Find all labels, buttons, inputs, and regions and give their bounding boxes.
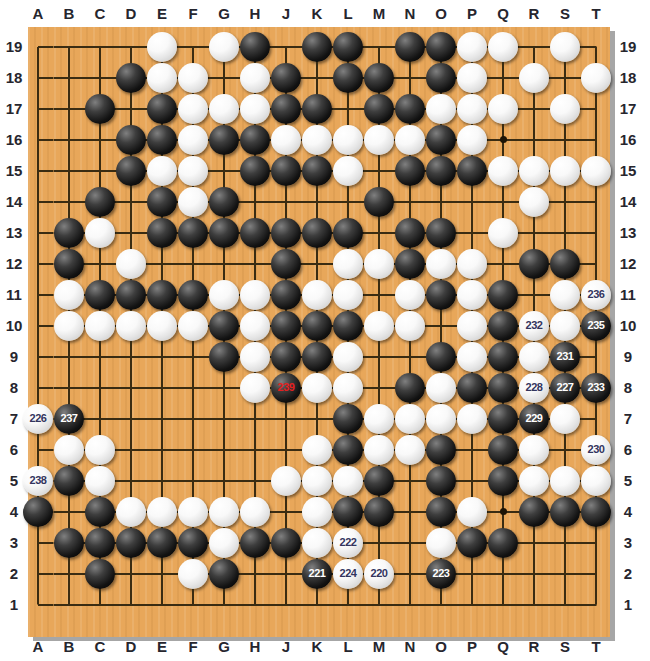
intersection-Q14[interactable] — [488, 186, 519, 217]
intersection-D1[interactable] — [116, 589, 147, 620]
intersection-Q1[interactable] — [488, 589, 519, 620]
intersection-N9[interactable] — [395, 341, 426, 372]
intersection-O10[interactable] — [426, 310, 457, 341]
intersection-R3[interactable] — [519, 527, 550, 558]
intersection-Q15[interactable] — [488, 155, 519, 186]
intersection-R9[interactable] — [519, 341, 550, 372]
intersection-R13[interactable] — [519, 217, 550, 248]
intersection-F12[interactable] — [178, 248, 209, 279]
intersection-S19[interactable] — [550, 31, 581, 62]
intersection-G18[interactable] — [209, 62, 240, 93]
intersection-B12[interactable] — [54, 248, 85, 279]
intersection-N19[interactable] — [395, 31, 426, 62]
intersection-N15[interactable] — [395, 155, 426, 186]
intersection-M14[interactable] — [364, 186, 395, 217]
intersection-L12[interactable] — [333, 248, 364, 279]
intersection-Q7[interactable] — [488, 403, 519, 434]
intersection-L2[interactable]: 224 — [333, 558, 364, 589]
intersection-S3[interactable] — [550, 527, 581, 558]
intersection-H1[interactable] — [240, 589, 271, 620]
intersection-F7[interactable] — [178, 403, 209, 434]
intersection-G17[interactable] — [209, 93, 240, 124]
intersection-F5[interactable] — [178, 465, 209, 496]
intersection-C1[interactable] — [85, 589, 116, 620]
intersection-B6[interactable] — [54, 434, 85, 465]
intersection-Q19[interactable] — [488, 31, 519, 62]
intersection-C18[interactable] — [85, 62, 116, 93]
intersection-E5[interactable] — [147, 465, 178, 496]
intersection-O17[interactable] — [426, 93, 457, 124]
intersection-E13[interactable] — [147, 217, 178, 248]
intersection-D7[interactable] — [116, 403, 147, 434]
intersection-H3[interactable] — [240, 527, 271, 558]
intersection-D9[interactable] — [116, 341, 147, 372]
intersection-L9[interactable] — [333, 341, 364, 372]
intersection-E2[interactable] — [147, 558, 178, 589]
intersection-J15[interactable] — [271, 155, 302, 186]
intersection-D10[interactable] — [116, 310, 147, 341]
intersection-R14[interactable] — [519, 186, 550, 217]
intersection-M2[interactable]: 220 — [364, 558, 395, 589]
intersection-C12[interactable] — [85, 248, 116, 279]
intersection-J17[interactable] — [271, 93, 302, 124]
intersection-S14[interactable] — [550, 186, 581, 217]
intersection-K12[interactable] — [302, 248, 333, 279]
intersection-T4[interactable] — [581, 496, 612, 527]
intersection-E14[interactable] — [147, 186, 178, 217]
intersection-N16[interactable] — [395, 124, 426, 155]
intersection-G13[interactable] — [209, 217, 240, 248]
intersection-O14[interactable] — [426, 186, 457, 217]
intersection-P15[interactable] — [457, 155, 488, 186]
intersection-E19[interactable] — [147, 31, 178, 62]
intersection-M12[interactable] — [364, 248, 395, 279]
intersection-N6[interactable] — [395, 434, 426, 465]
intersection-C3[interactable] — [85, 527, 116, 558]
intersection-P3[interactable] — [457, 527, 488, 558]
intersection-J1[interactable] — [271, 589, 302, 620]
intersection-B17[interactable] — [54, 93, 85, 124]
intersection-J5[interactable] — [271, 465, 302, 496]
intersection-O8[interactable] — [426, 372, 457, 403]
intersection-G2[interactable] — [209, 558, 240, 589]
intersection-S2[interactable] — [550, 558, 581, 589]
intersection-C4[interactable] — [85, 496, 116, 527]
intersection-K15[interactable] — [302, 155, 333, 186]
intersection-E16[interactable] — [147, 124, 178, 155]
intersection-F13[interactable] — [178, 217, 209, 248]
intersection-O11[interactable] — [426, 279, 457, 310]
intersection-Q2[interactable] — [488, 558, 519, 589]
intersection-D4[interactable] — [116, 496, 147, 527]
intersection-Q12[interactable] — [488, 248, 519, 279]
intersection-N1[interactable] — [395, 589, 426, 620]
intersection-R7[interactable]: 229 — [519, 403, 550, 434]
intersection-K10[interactable] — [302, 310, 333, 341]
intersection-E4[interactable] — [147, 496, 178, 527]
intersection-B5[interactable] — [54, 465, 85, 496]
intersection-O4[interactable] — [426, 496, 457, 527]
intersection-T13[interactable] — [581, 217, 612, 248]
intersection-B16[interactable] — [54, 124, 85, 155]
intersection-K2[interactable]: 221 — [302, 558, 333, 589]
intersection-O19[interactable] — [426, 31, 457, 62]
intersection-F1[interactable] — [178, 589, 209, 620]
intersection-Q9[interactable] — [488, 341, 519, 372]
intersection-C17[interactable] — [85, 93, 116, 124]
intersection-C11[interactable] — [85, 279, 116, 310]
intersection-T17[interactable] — [581, 93, 612, 124]
intersection-G7[interactable] — [209, 403, 240, 434]
intersection-H6[interactable] — [240, 434, 271, 465]
intersection-E18[interactable] — [147, 62, 178, 93]
intersection-H7[interactable] — [240, 403, 271, 434]
intersection-K19[interactable] — [302, 31, 333, 62]
intersection-F10[interactable] — [178, 310, 209, 341]
intersection-P14[interactable] — [457, 186, 488, 217]
intersection-S16[interactable] — [550, 124, 581, 155]
intersection-P4[interactable] — [457, 496, 488, 527]
intersection-C19[interactable] — [85, 31, 116, 62]
intersection-B2[interactable] — [54, 558, 85, 589]
intersection-H18[interactable] — [240, 62, 271, 93]
intersection-D5[interactable] — [116, 465, 147, 496]
intersection-O7[interactable] — [426, 403, 457, 434]
intersection-M19[interactable] — [364, 31, 395, 62]
intersection-R12[interactable] — [519, 248, 550, 279]
intersection-P19[interactable] — [457, 31, 488, 62]
intersection-M17[interactable] — [364, 93, 395, 124]
intersection-K18[interactable] — [302, 62, 333, 93]
intersection-P11[interactable] — [457, 279, 488, 310]
intersection-L1[interactable] — [333, 589, 364, 620]
intersection-B13[interactable] — [54, 217, 85, 248]
intersection-T2[interactable] — [581, 558, 612, 589]
intersection-S11[interactable] — [550, 279, 581, 310]
intersection-H4[interactable] — [240, 496, 271, 527]
intersection-L5[interactable] — [333, 465, 364, 496]
intersection-M9[interactable] — [364, 341, 395, 372]
intersection-B14[interactable] — [54, 186, 85, 217]
intersection-D15[interactable] — [116, 155, 147, 186]
intersection-L10[interactable] — [333, 310, 364, 341]
intersection-T8[interactable]: 233 — [581, 372, 612, 403]
intersection-H13[interactable] — [240, 217, 271, 248]
intersection-R1[interactable] — [519, 589, 550, 620]
intersection-E7[interactable] — [147, 403, 178, 434]
intersection-L14[interactable] — [333, 186, 364, 217]
intersection-N5[interactable] — [395, 465, 426, 496]
intersection-G3[interactable] — [209, 527, 240, 558]
intersection-G4[interactable] — [209, 496, 240, 527]
intersection-J9[interactable] — [271, 341, 302, 372]
intersection-P2[interactable] — [457, 558, 488, 589]
intersection-P8[interactable] — [457, 372, 488, 403]
intersection-N13[interactable] — [395, 217, 426, 248]
intersection-R16[interactable] — [519, 124, 550, 155]
intersection-Q3[interactable] — [488, 527, 519, 558]
intersection-O1[interactable] — [426, 589, 457, 620]
intersection-T12[interactable] — [581, 248, 612, 279]
intersection-E12[interactable] — [147, 248, 178, 279]
intersection-D6[interactable] — [116, 434, 147, 465]
intersection-R11[interactable] — [519, 279, 550, 310]
intersection-H9[interactable] — [240, 341, 271, 372]
intersection-T14[interactable] — [581, 186, 612, 217]
intersection-G19[interactable] — [209, 31, 240, 62]
intersection-F14[interactable] — [178, 186, 209, 217]
intersection-T16[interactable] — [581, 124, 612, 155]
intersection-F15[interactable] — [178, 155, 209, 186]
intersection-S18[interactable] — [550, 62, 581, 93]
intersection-G16[interactable] — [209, 124, 240, 155]
intersection-F4[interactable] — [178, 496, 209, 527]
intersection-J11[interactable] — [271, 279, 302, 310]
intersection-T1[interactable] — [581, 589, 612, 620]
intersection-P13[interactable] — [457, 217, 488, 248]
intersection-H17[interactable] — [240, 93, 271, 124]
intersection-M10[interactable] — [364, 310, 395, 341]
intersection-K13[interactable] — [302, 217, 333, 248]
intersection-S7[interactable] — [550, 403, 581, 434]
intersection-P10[interactable] — [457, 310, 488, 341]
intersection-P6[interactable] — [457, 434, 488, 465]
intersection-R19[interactable] — [519, 31, 550, 62]
intersection-R17[interactable] — [519, 93, 550, 124]
intersection-T5[interactable] — [581, 465, 612, 496]
intersection-H12[interactable] — [240, 248, 271, 279]
intersection-T3[interactable] — [581, 527, 612, 558]
intersection-O2[interactable]: 223 — [426, 558, 457, 589]
intersection-M5[interactable] — [364, 465, 395, 496]
intersection-O15[interactable] — [426, 155, 457, 186]
intersection-F17[interactable] — [178, 93, 209, 124]
intersection-D14[interactable] — [116, 186, 147, 217]
intersection-T15[interactable] — [581, 155, 612, 186]
intersection-K16[interactable] — [302, 124, 333, 155]
intersection-E6[interactable] — [147, 434, 178, 465]
intersection-S12[interactable] — [550, 248, 581, 279]
intersection-C2[interactable] — [85, 558, 116, 589]
intersection-L13[interactable] — [333, 217, 364, 248]
intersection-K6[interactable] — [302, 434, 333, 465]
intersection-L7[interactable] — [333, 403, 364, 434]
intersection-M11[interactable] — [364, 279, 395, 310]
intersection-O13[interactable] — [426, 217, 457, 248]
intersection-K1[interactable] — [302, 589, 333, 620]
intersection-S6[interactable] — [550, 434, 581, 465]
intersection-C15[interactable] — [85, 155, 116, 186]
intersection-K7[interactable] — [302, 403, 333, 434]
intersection-T9[interactable] — [581, 341, 612, 372]
intersection-M3[interactable] — [364, 527, 395, 558]
intersection-H11[interactable] — [240, 279, 271, 310]
intersection-G8[interactable] — [209, 372, 240, 403]
intersection-R6[interactable] — [519, 434, 550, 465]
intersection-L16[interactable] — [333, 124, 364, 155]
intersection-L6[interactable] — [333, 434, 364, 465]
intersection-P17[interactable] — [457, 93, 488, 124]
intersection-L15[interactable] — [333, 155, 364, 186]
intersection-D2[interactable] — [116, 558, 147, 589]
intersection-N18[interactable] — [395, 62, 426, 93]
intersection-J6[interactable] — [271, 434, 302, 465]
intersection-N12[interactable] — [395, 248, 426, 279]
intersection-G12[interactable] — [209, 248, 240, 279]
intersection-F2[interactable] — [178, 558, 209, 589]
intersection-Q4[interactable] — [488, 496, 519, 527]
intersection-G9[interactable] — [209, 341, 240, 372]
intersection-R8[interactable]: 228 — [519, 372, 550, 403]
intersection-H15[interactable] — [240, 155, 271, 186]
intersection-M7[interactable] — [364, 403, 395, 434]
intersection-B3[interactable] — [54, 527, 85, 558]
intersection-Q10[interactable] — [488, 310, 519, 341]
intersection-Q5[interactable] — [488, 465, 519, 496]
intersection-O16[interactable] — [426, 124, 457, 155]
intersection-Q6[interactable] — [488, 434, 519, 465]
intersection-D18[interactable] — [116, 62, 147, 93]
intersection-O3[interactable] — [426, 527, 457, 558]
intersection-K9[interactable] — [302, 341, 333, 372]
intersection-K17[interactable] — [302, 93, 333, 124]
intersection-O18[interactable] — [426, 62, 457, 93]
intersection-C13[interactable] — [85, 217, 116, 248]
intersection-E17[interactable] — [147, 93, 178, 124]
intersection-L4[interactable] — [333, 496, 364, 527]
intersection-N11[interactable] — [395, 279, 426, 310]
intersection-H14[interactable] — [240, 186, 271, 217]
intersection-G14[interactable] — [209, 186, 240, 217]
intersection-L17[interactable] — [333, 93, 364, 124]
intersection-R2[interactable] — [519, 558, 550, 589]
intersection-M18[interactable] — [364, 62, 395, 93]
intersection-D11[interactable] — [116, 279, 147, 310]
intersection-T19[interactable] — [581, 31, 612, 62]
intersection-P9[interactable] — [457, 341, 488, 372]
intersection-M4[interactable] — [364, 496, 395, 527]
intersection-F8[interactable] — [178, 372, 209, 403]
intersection-H10[interactable] — [240, 310, 271, 341]
intersection-J4[interactable] — [271, 496, 302, 527]
intersection-J2[interactable] — [271, 558, 302, 589]
intersection-N2[interactable] — [395, 558, 426, 589]
intersection-J18[interactable] — [271, 62, 302, 93]
intersection-F18[interactable] — [178, 62, 209, 93]
intersection-D3[interactable] — [116, 527, 147, 558]
intersection-J12[interactable] — [271, 248, 302, 279]
intersection-H19[interactable] — [240, 31, 271, 62]
intersection-E11[interactable] — [147, 279, 178, 310]
intersection-K5[interactable] — [302, 465, 333, 496]
intersection-E3[interactable] — [147, 527, 178, 558]
intersection-C14[interactable] — [85, 186, 116, 217]
intersection-N17[interactable] — [395, 93, 426, 124]
intersection-B10[interactable] — [54, 310, 85, 341]
intersection-J10[interactable] — [271, 310, 302, 341]
intersection-O5[interactable] — [426, 465, 457, 496]
intersection-C6[interactable] — [85, 434, 116, 465]
intersection-E15[interactable] — [147, 155, 178, 186]
intersection-J19[interactable] — [271, 31, 302, 62]
intersection-D13[interactable] — [116, 217, 147, 248]
intersection-F9[interactable] — [178, 341, 209, 372]
intersection-T18[interactable] — [581, 62, 612, 93]
intersection-Q8[interactable] — [488, 372, 519, 403]
intersection-C8[interactable] — [85, 372, 116, 403]
intersection-T7[interactable] — [581, 403, 612, 434]
intersection-L8[interactable] — [333, 372, 364, 403]
intersection-J8[interactable]: 239 — [271, 372, 302, 403]
intersection-C5[interactable] — [85, 465, 116, 496]
intersection-P7[interactable] — [457, 403, 488, 434]
intersection-E9[interactable] — [147, 341, 178, 372]
intersection-Q17[interactable] — [488, 93, 519, 124]
intersection-N7[interactable] — [395, 403, 426, 434]
intersection-C16[interactable] — [85, 124, 116, 155]
intersection-K14[interactable] — [302, 186, 333, 217]
intersection-R5[interactable] — [519, 465, 550, 496]
intersection-B19[interactable] — [54, 31, 85, 62]
intersection-P16[interactable] — [457, 124, 488, 155]
intersection-B4[interactable] — [54, 496, 85, 527]
intersection-E1[interactable] — [147, 589, 178, 620]
intersection-O9[interactable] — [426, 341, 457, 372]
intersection-K8[interactable] — [302, 372, 333, 403]
intersection-J7[interactable] — [271, 403, 302, 434]
intersection-L3[interactable]: 222 — [333, 527, 364, 558]
intersection-G10[interactable] — [209, 310, 240, 341]
intersection-T10[interactable]: 235 — [581, 310, 612, 341]
intersection-N10[interactable] — [395, 310, 426, 341]
intersection-S8[interactable]: 227 — [550, 372, 581, 403]
intersection-B9[interactable] — [54, 341, 85, 372]
intersection-N8[interactable] — [395, 372, 426, 403]
intersection-T6[interactable]: 230 — [581, 434, 612, 465]
intersection-M15[interactable] — [364, 155, 395, 186]
intersection-G15[interactable] — [209, 155, 240, 186]
intersection-B18[interactable] — [54, 62, 85, 93]
intersection-S10[interactable] — [550, 310, 581, 341]
intersection-K11[interactable] — [302, 279, 333, 310]
intersection-M6[interactable] — [364, 434, 395, 465]
intersection-N4[interactable] — [395, 496, 426, 527]
intersection-R18[interactable] — [519, 62, 550, 93]
intersection-S13[interactable] — [550, 217, 581, 248]
intersection-L11[interactable] — [333, 279, 364, 310]
intersection-S4[interactable] — [550, 496, 581, 527]
intersection-S1[interactable] — [550, 589, 581, 620]
intersection-J13[interactable] — [271, 217, 302, 248]
intersection-R4[interactable] — [519, 496, 550, 527]
intersection-C7[interactable] — [85, 403, 116, 434]
intersection-G6[interactable] — [209, 434, 240, 465]
intersection-J14[interactable] — [271, 186, 302, 217]
intersection-D19[interactable] — [116, 31, 147, 62]
intersection-S5[interactable] — [550, 465, 581, 496]
intersection-B8[interactable] — [54, 372, 85, 403]
intersection-P18[interactable] — [457, 62, 488, 93]
intersection-Q16[interactable] — [488, 124, 519, 155]
intersection-N14[interactable] — [395, 186, 426, 217]
intersection-G11[interactable] — [209, 279, 240, 310]
intersection-B11[interactable] — [54, 279, 85, 310]
intersection-Q18[interactable] — [488, 62, 519, 93]
intersection-S15[interactable] — [550, 155, 581, 186]
intersection-H2[interactable] — [240, 558, 271, 589]
intersection-F19[interactable] — [178, 31, 209, 62]
intersection-F11[interactable] — [178, 279, 209, 310]
